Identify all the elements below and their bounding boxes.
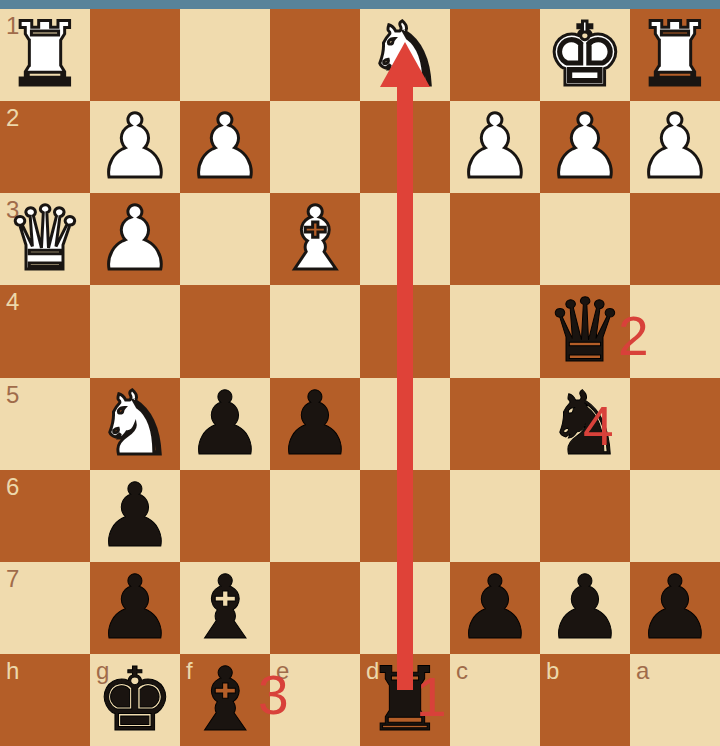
black-pawn-e5: ♟ (270, 378, 360, 470)
square-f1[interactable] (180, 9, 270, 101)
annotation-3: 3 (258, 668, 289, 723)
square-c7[interactable]: ♟ (450, 562, 540, 654)
square-g2[interactable]: ♟ (90, 101, 180, 193)
square-e2[interactable] (270, 101, 360, 193)
square-h3[interactable]: 3♛ (0, 193, 90, 285)
white-pawn-g3: ♟ (90, 193, 180, 285)
black-bishop-f7: ♝ (180, 562, 270, 654)
square-e6[interactable] (270, 470, 360, 562)
white-pawn-a2: ♟ (630, 101, 720, 193)
square-g3[interactable]: ♟ (90, 193, 180, 285)
square-f6[interactable] (180, 470, 270, 562)
square-c3[interactable] (450, 193, 540, 285)
black-pawn-b7: ♟ (540, 562, 630, 654)
square-b2[interactable]: ♟ (540, 101, 630, 193)
coord-label-file-b: b (546, 659, 559, 683)
black-queen-b4: ♛ (540, 285, 630, 377)
square-b7[interactable]: ♟ (540, 562, 630, 654)
white-pawn-b2: ♟ (540, 101, 630, 193)
square-g6[interactable]: ♟ (90, 470, 180, 562)
square-a6[interactable] (630, 470, 720, 562)
square-e7[interactable] (270, 562, 360, 654)
square-c8[interactable]: c (450, 654, 540, 746)
square-g5[interactable]: ♞ (90, 378, 180, 470)
square-g4[interactable] (90, 285, 180, 377)
white-pawn-g2: ♟ (90, 101, 180, 193)
square-a2[interactable]: ♟ (630, 101, 720, 193)
chess-board: 1♜♞♚♜2♟♟♟♟♟3♛♟♝4♛5♞♟♟♞6♟7♟♝♟♟♟hg♚f♝ed♜cb… (0, 9, 720, 746)
black-king-g8: ♚ (90, 654, 180, 746)
black-pawn-g7: ♟ (90, 562, 180, 654)
square-f3[interactable] (180, 193, 270, 285)
coord-label-rank-6: 6 (6, 475, 19, 499)
coord-label-file-a: a (636, 659, 649, 683)
white-pawn-c2: ♟ (450, 101, 540, 193)
black-pawn-c7: ♟ (450, 562, 540, 654)
square-b3[interactable] (540, 193, 630, 285)
white-pawn-f2: ♟ (180, 101, 270, 193)
square-h4[interactable]: 4 (0, 285, 90, 377)
square-c6[interactable] (450, 470, 540, 562)
square-h6[interactable]: 6 (0, 470, 90, 562)
square-c5[interactable] (450, 378, 540, 470)
white-rook-h1: ♜ (0, 9, 90, 101)
square-f2[interactable]: ♟ (180, 101, 270, 193)
annotation-2: 2 (618, 309, 649, 364)
square-e4[interactable] (270, 285, 360, 377)
white-knight-g5: ♞ (90, 378, 180, 470)
square-h1[interactable]: 1♜ (0, 9, 90, 101)
square-e1[interactable] (270, 9, 360, 101)
square-b6[interactable] (540, 470, 630, 562)
square-h8[interactable]: h (0, 654, 90, 746)
square-c2[interactable]: ♟ (450, 101, 540, 193)
square-f8[interactable]: f♝ (180, 654, 270, 746)
square-e3[interactable]: ♝ (270, 193, 360, 285)
square-h5[interactable]: 5 (0, 378, 90, 470)
square-a3[interactable] (630, 193, 720, 285)
white-bishop-e3: ♝ (270, 193, 360, 285)
square-b8[interactable]: b (540, 654, 630, 746)
square-f7[interactable]: ♝ (180, 562, 270, 654)
square-f4[interactable] (180, 285, 270, 377)
square-a5[interactable] (630, 378, 720, 470)
square-b1[interactable]: ♚ (540, 9, 630, 101)
coord-label-rank-5: 5 (6, 383, 19, 407)
coord-label-file-c: c (456, 659, 468, 683)
square-g7[interactable]: ♟ (90, 562, 180, 654)
square-g1[interactable] (90, 9, 180, 101)
square-b4[interactable]: ♛ (540, 285, 630, 377)
move-arrow-shaft (397, 87, 413, 690)
chess-app-screen: 1♜♞♚♜2♟♟♟♟♟3♛♟♝4♛5♞♟♟♞6♟7♟♝♟♟♟hg♚f♝ed♜cb… (0, 0, 720, 746)
black-pawn-g6: ♟ (90, 470, 180, 562)
square-a1[interactable]: ♜ (630, 9, 720, 101)
square-h7[interactable]: 7 (0, 562, 90, 654)
black-bishop-f8: ♝ (180, 654, 270, 746)
square-e5[interactable]: ♟ (270, 378, 360, 470)
square-h2[interactable]: 2 (0, 101, 90, 193)
coord-label-rank-2: 2 (6, 106, 19, 130)
coord-label-rank-7: 7 (6, 567, 19, 591)
move-arrow-head (380, 42, 430, 87)
annotation-1: 1 (416, 670, 447, 725)
square-a7[interactable]: ♟ (630, 562, 720, 654)
white-queen-h3: ♛ (0, 193, 90, 285)
square-a8[interactable]: a (630, 654, 720, 746)
white-rook-a1: ♜ (630, 9, 720, 101)
black-pawn-a7: ♟ (630, 562, 720, 654)
annotation-4: 4 (583, 399, 614, 454)
square-g8[interactable]: g♚ (90, 654, 180, 746)
coord-label-file-h: h (6, 659, 19, 683)
square-c1[interactable] (450, 9, 540, 101)
black-pawn-f5: ♟ (180, 378, 270, 470)
coord-label-rank-4: 4 (6, 290, 19, 314)
square-f5[interactable]: ♟ (180, 378, 270, 470)
square-c4[interactable] (450, 285, 540, 377)
white-king-b1: ♚ (540, 9, 630, 101)
